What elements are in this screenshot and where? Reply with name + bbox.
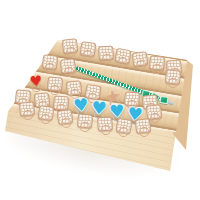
pave-square-ring	[80, 41, 97, 57]
pave-square-ring	[42, 54, 59, 70]
pave-square-ring	[97, 116, 113, 131]
pave-square-ring	[66, 80, 83, 96]
blue-heart-ring: ♥	[91, 100, 107, 115]
red-crystal-ring: ♥	[29, 74, 43, 88]
pave-square-ring	[135, 118, 151, 133]
pave-square-ring	[60, 58, 76, 73]
blue-heart-ring: ♥	[109, 103, 125, 118]
pave-square-ring	[149, 55, 165, 70]
jewelry-layer: ♥★♥♥♥♥	[0, 0, 200, 200]
pave-square-ring	[98, 45, 114, 60]
pave-square-ring	[53, 95, 69, 110]
blue-heart-ring: ♥	[73, 97, 90, 113]
pave-square-ring	[114, 48, 131, 64]
pave-square-ring	[132, 51, 149, 67]
pave-square-ring	[62, 38, 78, 53]
silver-clasp	[167, 100, 174, 106]
pave-square-ring	[38, 105, 55, 121]
pave-square-ring	[47, 76, 63, 91]
pave-square-ring	[146, 104, 162, 119]
pave-square-ring	[77, 113, 93, 128]
pave-square-ring	[115, 118, 132, 134]
pave-square-ring	[165, 69, 181, 84]
product-photo-stage: Overhead-angle product photo of a five-t…	[0, 0, 200, 200]
pave-square-ring	[57, 109, 74, 125]
pave-square-ring	[19, 101, 35, 116]
